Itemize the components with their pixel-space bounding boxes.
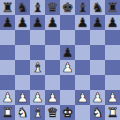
piece-black-pawn[interactable]: ♟ xyxy=(77,15,89,30)
square-a3[interactable] xyxy=(0,75,15,90)
square-d1[interactable]: ♛ xyxy=(45,105,60,120)
piece-black-pawn[interactable]: ♟ xyxy=(17,15,29,30)
square-g6[interactable] xyxy=(90,30,105,45)
square-a2[interactable]: ♟ xyxy=(0,90,15,105)
square-b2[interactable]: ♟ xyxy=(15,90,30,105)
square-e6[interactable] xyxy=(60,30,75,45)
square-h3[interactable] xyxy=(105,75,120,90)
square-a5[interactable] xyxy=(0,45,15,60)
square-f5[interactable] xyxy=(75,45,90,60)
square-c5[interactable] xyxy=(30,45,45,60)
square-b6[interactable] xyxy=(15,30,30,45)
square-h7[interactable]: ♟ xyxy=(105,15,120,30)
piece-black-queen[interactable]: ♛ xyxy=(47,0,59,15)
piece-white-pawn[interactable]: ♟ xyxy=(77,90,89,105)
square-b5[interactable] xyxy=(15,45,30,60)
square-b1[interactable]: ♞ xyxy=(15,105,30,120)
piece-white-bishop[interactable]: ♝ xyxy=(32,60,44,75)
square-b3[interactable] xyxy=(15,75,30,90)
piece-white-rook[interactable]: ♜ xyxy=(107,105,119,120)
piece-black-pawn[interactable]: ♟ xyxy=(92,15,104,30)
piece-black-bishop[interactable]: ♝ xyxy=(32,0,44,15)
square-b4[interactable] xyxy=(15,60,30,75)
square-h8[interactable]: ♜ xyxy=(105,0,120,15)
square-e5[interactable]: ♟ xyxy=(60,45,75,60)
piece-black-pawn[interactable]: ♟ xyxy=(62,45,74,60)
square-a7[interactable]: ♟ xyxy=(0,15,15,30)
square-h5[interactable] xyxy=(105,45,120,60)
square-h2[interactable]: ♟ xyxy=(105,90,120,105)
square-f1[interactable] xyxy=(75,105,90,120)
square-c1[interactable]: ♝ xyxy=(30,105,45,120)
piece-white-bishop[interactable]: ♝ xyxy=(32,105,44,120)
piece-black-knight[interactable]: ♞ xyxy=(17,0,29,15)
square-e4[interactable]: ♟ xyxy=(60,60,75,75)
square-g8[interactable]: ♞ xyxy=(90,0,105,15)
square-c4[interactable]: ♝ xyxy=(30,60,45,75)
piece-black-pawn[interactable]: ♟ xyxy=(32,15,44,30)
square-h1[interactable]: ♜ xyxy=(105,105,120,120)
square-g4[interactable] xyxy=(90,60,105,75)
square-f6[interactable] xyxy=(75,30,90,45)
square-f3[interactable] xyxy=(75,75,90,90)
piece-black-pawn[interactable]: ♟ xyxy=(47,15,59,30)
piece-white-knight[interactable]: ♞ xyxy=(17,105,29,120)
square-b8[interactable]: ♞ xyxy=(15,0,30,15)
piece-white-knight[interactable]: ♞ xyxy=(92,105,104,120)
piece-black-rook[interactable]: ♜ xyxy=(2,0,14,15)
piece-white-pawn[interactable]: ♟ xyxy=(2,90,14,105)
square-e3[interactable] xyxy=(60,75,75,90)
square-c6[interactable] xyxy=(30,30,45,45)
square-f2[interactable]: ♟ xyxy=(75,90,90,105)
piece-black-knight[interactable]: ♞ xyxy=(92,0,104,15)
square-f7[interactable]: ♟ xyxy=(75,15,90,30)
square-a6[interactable] xyxy=(0,30,15,45)
piece-white-pawn[interactable]: ♟ xyxy=(47,90,59,105)
square-g3[interactable] xyxy=(90,75,105,90)
square-c8[interactable]: ♝ xyxy=(30,0,45,15)
piece-white-king[interactable]: ♚ xyxy=(62,105,74,120)
square-g2[interactable]: ♟ xyxy=(90,90,105,105)
square-f8[interactable]: ♝ xyxy=(75,0,90,15)
square-b7[interactable]: ♟ xyxy=(15,15,30,30)
square-c2[interactable]: ♟ xyxy=(30,90,45,105)
square-a4[interactable] xyxy=(0,60,15,75)
square-c3[interactable] xyxy=(30,75,45,90)
square-e2[interactable] xyxy=(60,90,75,105)
square-d3[interactable] xyxy=(45,75,60,90)
piece-white-pawn[interactable]: ♟ xyxy=(17,90,29,105)
square-a1[interactable]: ♜ xyxy=(0,105,15,120)
piece-white-rook[interactable]: ♜ xyxy=(2,105,14,120)
square-g1[interactable]: ♞ xyxy=(90,105,105,120)
square-g5[interactable] xyxy=(90,45,105,60)
piece-black-rook[interactable]: ♜ xyxy=(107,0,119,15)
piece-white-pawn[interactable]: ♟ xyxy=(32,90,44,105)
square-f4[interactable] xyxy=(75,60,90,75)
piece-black-bishop[interactable]: ♝ xyxy=(77,0,89,15)
square-h4[interactable] xyxy=(105,60,120,75)
square-e7[interactable] xyxy=(60,15,75,30)
square-d4[interactable] xyxy=(45,60,60,75)
square-a8[interactable]: ♜ xyxy=(0,0,15,15)
square-d5[interactable] xyxy=(45,45,60,60)
piece-white-pawn[interactable]: ♟ xyxy=(92,90,104,105)
piece-white-pawn[interactable]: ♟ xyxy=(107,90,119,105)
piece-black-pawn[interactable]: ♟ xyxy=(107,15,119,30)
square-d8[interactable]: ♛ xyxy=(45,0,60,15)
piece-black-king[interactable]: ♚ xyxy=(62,0,74,15)
chess-board: ♜♞♝♛♚♝♞♜♟♟♟♟♟♟♟♟♝♟♟♟♟♟♟♟♟♜♞♝♛♚♞♜ xyxy=(0,0,120,120)
piece-white-pawn[interactable]: ♟ xyxy=(62,60,74,75)
square-d2[interactable]: ♟ xyxy=(45,90,60,105)
piece-black-pawn[interactable]: ♟ xyxy=(2,15,14,30)
square-c7[interactable]: ♟ xyxy=(30,15,45,30)
square-d7[interactable]: ♟ xyxy=(45,15,60,30)
square-g7[interactable]: ♟ xyxy=(90,15,105,30)
piece-white-queen[interactable]: ♛ xyxy=(47,105,59,120)
square-h6[interactable] xyxy=(105,30,120,45)
square-d6[interactable] xyxy=(45,30,60,45)
square-e1[interactable]: ♚ xyxy=(60,105,75,120)
square-e8[interactable]: ♚ xyxy=(60,0,75,15)
